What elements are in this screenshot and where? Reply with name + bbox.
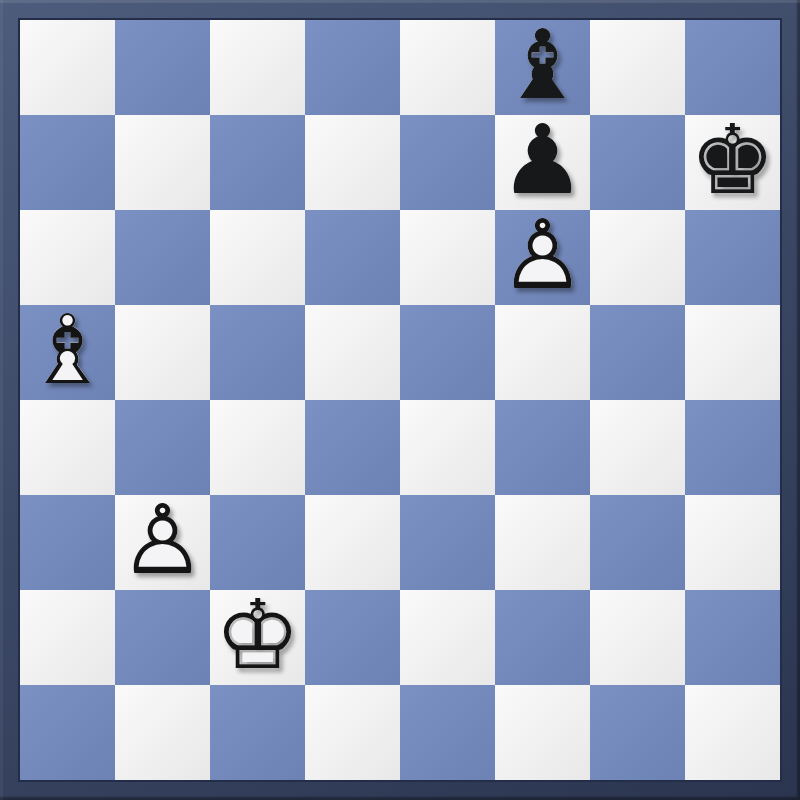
square-a4[interactable]: [20, 400, 115, 495]
piece-fill-glyph: ♚: [685, 115, 780, 210]
square-b4[interactable]: [115, 400, 210, 495]
square-d2[interactable]: [305, 590, 400, 685]
black-king[interactable]: ♔♚: [685, 115, 780, 210]
square-a5[interactable]: ♝♗: [20, 305, 115, 400]
square-f6[interactable]: ♟♙: [495, 210, 590, 305]
square-g8[interactable]: [590, 20, 685, 115]
square-h5[interactable]: [685, 305, 780, 400]
square-h8[interactable]: [685, 20, 780, 115]
piece-outline-glyph: ♙: [495, 210, 590, 305]
square-b1[interactable]: [115, 685, 210, 780]
square-g6[interactable]: [590, 210, 685, 305]
square-c5[interactable]: [210, 305, 305, 400]
square-c6[interactable]: [210, 210, 305, 305]
square-d3[interactable]: [305, 495, 400, 590]
square-a6[interactable]: [20, 210, 115, 305]
square-b3[interactable]: ♟♙: [115, 495, 210, 590]
square-a2[interactable]: [20, 590, 115, 685]
piece-outline-glyph: ♗: [20, 305, 115, 400]
square-g3[interactable]: [590, 495, 685, 590]
square-c7[interactable]: [210, 115, 305, 210]
square-g2[interactable]: [590, 590, 685, 685]
square-b5[interactable]: [115, 305, 210, 400]
square-a7[interactable]: [20, 115, 115, 210]
square-c4[interactable]: [210, 400, 305, 495]
square-a8[interactable]: [20, 20, 115, 115]
square-f5[interactable]: [495, 305, 590, 400]
square-f7[interactable]: ♙♟: [495, 115, 590, 210]
square-g7[interactable]: [590, 115, 685, 210]
square-b8[interactable]: [115, 20, 210, 115]
square-e6[interactable]: [400, 210, 495, 305]
square-g4[interactable]: [590, 400, 685, 495]
square-f8[interactable]: ♗♝: [495, 20, 590, 115]
square-e1[interactable]: [400, 685, 495, 780]
white-king[interactable]: ♚♔: [210, 590, 305, 685]
square-d6[interactable]: [305, 210, 400, 305]
square-g1[interactable]: [590, 685, 685, 780]
square-e7[interactable]: [400, 115, 495, 210]
board-frame: ♗♝♙♟♔♚♟♙♝♗♟♙♚♔: [0, 0, 800, 800]
square-e5[interactable]: [400, 305, 495, 400]
square-b6[interactable]: [115, 210, 210, 305]
square-h4[interactable]: [685, 400, 780, 495]
square-h2[interactable]: [685, 590, 780, 685]
square-e3[interactable]: [400, 495, 495, 590]
square-h1[interactable]: [685, 685, 780, 780]
square-d1[interactable]: [305, 685, 400, 780]
square-g5[interactable]: [590, 305, 685, 400]
piece-outline-glyph: ♙: [115, 495, 210, 590]
square-a1[interactable]: [20, 685, 115, 780]
square-f3[interactable]: [495, 495, 590, 590]
square-d5[interactable]: [305, 305, 400, 400]
square-c3[interactable]: [210, 495, 305, 590]
square-a3[interactable]: [20, 495, 115, 590]
white-pawn[interactable]: ♟♙: [115, 495, 210, 590]
square-f4[interactable]: [495, 400, 590, 495]
square-e2[interactable]: [400, 590, 495, 685]
piece-fill-glyph: ♟: [495, 115, 590, 210]
square-h7[interactable]: ♔♚: [685, 115, 780, 210]
square-e8[interactable]: [400, 20, 495, 115]
square-c1[interactable]: [210, 685, 305, 780]
black-pawn[interactable]: ♙♟: [495, 115, 590, 210]
chess-board: ♗♝♙♟♔♚♟♙♝♗♟♙♚♔: [20, 20, 780, 780]
square-c2[interactable]: ♚♔: [210, 590, 305, 685]
piece-fill-glyph: ♝: [495, 20, 590, 115]
square-e4[interactable]: [400, 400, 495, 495]
square-f1[interactable]: [495, 685, 590, 780]
square-f2[interactable]: [495, 590, 590, 685]
white-pawn[interactable]: ♟♙: [495, 210, 590, 305]
square-c8[interactable]: [210, 20, 305, 115]
square-h6[interactable]: [685, 210, 780, 305]
square-b2[interactable]: [115, 590, 210, 685]
square-d4[interactable]: [305, 400, 400, 495]
square-d7[interactable]: [305, 115, 400, 210]
square-d8[interactable]: [305, 20, 400, 115]
piece-outline-glyph: ♔: [210, 590, 305, 685]
square-b7[interactable]: [115, 115, 210, 210]
black-bishop[interactable]: ♗♝: [495, 20, 590, 115]
square-h3[interactable]: [685, 495, 780, 590]
white-bishop[interactable]: ♝♗: [20, 305, 115, 400]
